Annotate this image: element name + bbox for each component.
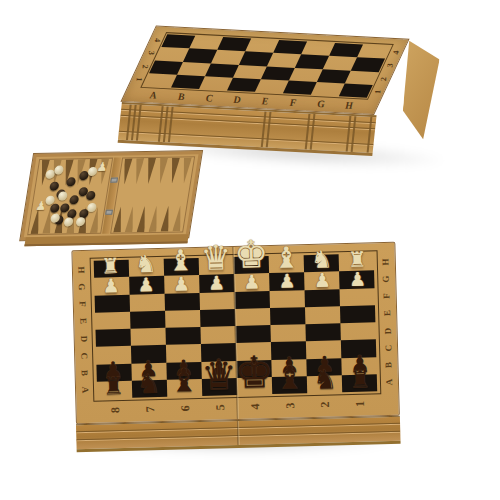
letter-label: G <box>381 275 391 282</box>
backgammon-point <box>160 206 172 232</box>
letter-label: F <box>78 301 88 307</box>
backgammon-point <box>125 206 137 232</box>
board-square[interactable] <box>270 290 305 308</box>
checker-dark[interactable] <box>69 195 79 204</box>
file-label: D <box>223 91 252 107</box>
checker-dark[interactable] <box>86 191 96 200</box>
letter-label: H <box>381 258 391 265</box>
letter-label: D <box>383 327 393 334</box>
piece-light-p[interactable]: ♟ <box>349 269 367 288</box>
board-square[interactable] <box>235 325 270 343</box>
backgammon-point <box>113 206 125 232</box>
piece-light-k[interactable]: ♚ <box>234 235 269 274</box>
piece-dark-n[interactable]: ♞ <box>136 370 161 398</box>
piece-dark-q[interactable]: ♛ <box>201 355 238 396</box>
point-row <box>113 205 185 232</box>
backgammon-front-edge <box>24 234 188 246</box>
letter-label: C <box>79 352 89 359</box>
backgammon-point <box>180 157 192 183</box>
piece-light-p[interactable]: ♟ <box>102 276 120 295</box>
letter-label: E <box>382 310 392 316</box>
board-letter-labels-right: HGFEDCBA <box>379 253 397 391</box>
groove-line <box>119 131 374 145</box>
piece-light-pawn[interactable]: ♟ <box>96 161 109 173</box>
letter-label: C <box>383 345 393 352</box>
rank-label: 3 <box>385 63 394 67</box>
piece-dark-b[interactable]: ♝ <box>275 361 305 394</box>
board-square[interactable] <box>95 294 130 312</box>
rank-label: 4 <box>152 38 161 42</box>
file-label: G <box>307 96 336 112</box>
backgammon-left-tray: ♟♟ <box>27 158 113 236</box>
rank-label: 4 <box>391 51 400 55</box>
rank-label: 1 <box>134 77 143 81</box>
file-label: C <box>195 90 224 106</box>
board-square[interactable] <box>340 288 375 306</box>
open-chess-board: HGFEDCBA HGFEDCBA 87654321 ♜♞♝♛♚♝♞♜♟♟♟♟♟… <box>71 242 400 452</box>
letter-label: H <box>77 266 87 273</box>
piece-light-p[interactable]: ♟ <box>278 271 296 290</box>
board-square[interactable] <box>165 292 200 310</box>
letter-label: G <box>77 283 87 290</box>
backgammon-right-tray <box>110 156 196 234</box>
board-square[interactable] <box>305 323 340 341</box>
letter-label: A <box>384 379 394 386</box>
backgammon-point <box>168 157 180 183</box>
letter-label: D <box>79 335 89 342</box>
piece-light-pawn[interactable]: ♟ <box>35 200 48 212</box>
file-label: F <box>279 94 308 110</box>
board-square[interactable] <box>95 329 130 347</box>
checker-dark[interactable] <box>49 182 59 191</box>
piece-dark-b[interactable]: ♝ <box>169 364 199 397</box>
board-fold-seam <box>237 421 240 445</box>
board-square[interactable] <box>340 322 375 340</box>
board-square[interactable] <box>340 305 375 323</box>
board-square[interactable] <box>305 289 340 307</box>
board-square[interactable] <box>200 292 235 310</box>
closed-box-end-cap <box>401 41 441 149</box>
backgammon-point <box>137 206 149 232</box>
metal-clasp <box>105 209 113 214</box>
file-label: H <box>335 97 364 113</box>
piece-dark-n[interactable]: ♞ <box>313 365 338 393</box>
closed-box: ABCDEFGH 4321 4321 <box>120 24 410 158</box>
backgammon-point <box>144 158 156 184</box>
backgammon-box: ♟♟ <box>20 151 202 240</box>
board-square[interactable] <box>130 328 165 346</box>
piece-light-p[interactable]: ♟ <box>173 274 191 293</box>
product-photo-stage: ABCDEFGH 4321 4321 ♟♟ HGFEDCBA HGFEDCBA … <box>0 0 500 500</box>
board-square[interactable] <box>200 309 235 327</box>
rank-label: 1 <box>373 89 382 93</box>
piece-light-p[interactable]: ♟ <box>243 272 261 291</box>
letter-label: F <box>382 293 392 299</box>
backgammon-point <box>132 158 144 184</box>
point-row <box>120 157 192 184</box>
file-label: E <box>251 93 280 109</box>
rank-label: 2 <box>379 76 388 80</box>
piece-dark-r[interactable]: ♜ <box>349 367 371 392</box>
board-square[interactable] <box>200 326 235 344</box>
backgammon-point <box>172 205 184 231</box>
board-square[interactable] <box>305 306 340 324</box>
file-label: B <box>167 88 196 104</box>
board-square[interactable] <box>130 293 165 311</box>
rank-label: 3 <box>146 51 155 55</box>
metal-clasp <box>110 177 118 182</box>
board-square[interactable] <box>130 311 165 329</box>
piece-light-q[interactable]: ♛ <box>200 240 231 275</box>
backgammon-point <box>148 206 160 232</box>
piece-light-p[interactable]: ♟ <box>208 273 226 292</box>
board-square[interactable] <box>270 324 305 342</box>
checker-light[interactable] <box>58 191 68 200</box>
piece-dark-r[interactable]: ♜ <box>103 374 125 399</box>
board-square[interactable] <box>165 327 200 345</box>
backgammon-point <box>120 158 132 184</box>
board-square[interactable] <box>235 291 270 309</box>
letter-label: A <box>80 387 90 394</box>
board-square[interactable] <box>235 308 270 326</box>
board-square[interactable] <box>165 310 200 328</box>
file-label: A <box>139 87 168 103</box>
rank-label: 2 <box>140 64 149 68</box>
piece-light-p[interactable]: ♟ <box>314 270 332 289</box>
piece-light-p[interactable]: ♟ <box>137 275 155 294</box>
board-square[interactable] <box>270 307 305 325</box>
letter-label: B <box>383 362 393 368</box>
closed-box-top-board: ABCDEFGH 4321 4321 <box>120 26 409 116</box>
piece-dark-k[interactable]: ♚ <box>234 350 275 395</box>
letter-label: B <box>80 370 90 376</box>
backgammon-point <box>156 158 168 184</box>
letter-label: E <box>78 318 88 324</box>
board-square[interactable] <box>95 312 130 330</box>
